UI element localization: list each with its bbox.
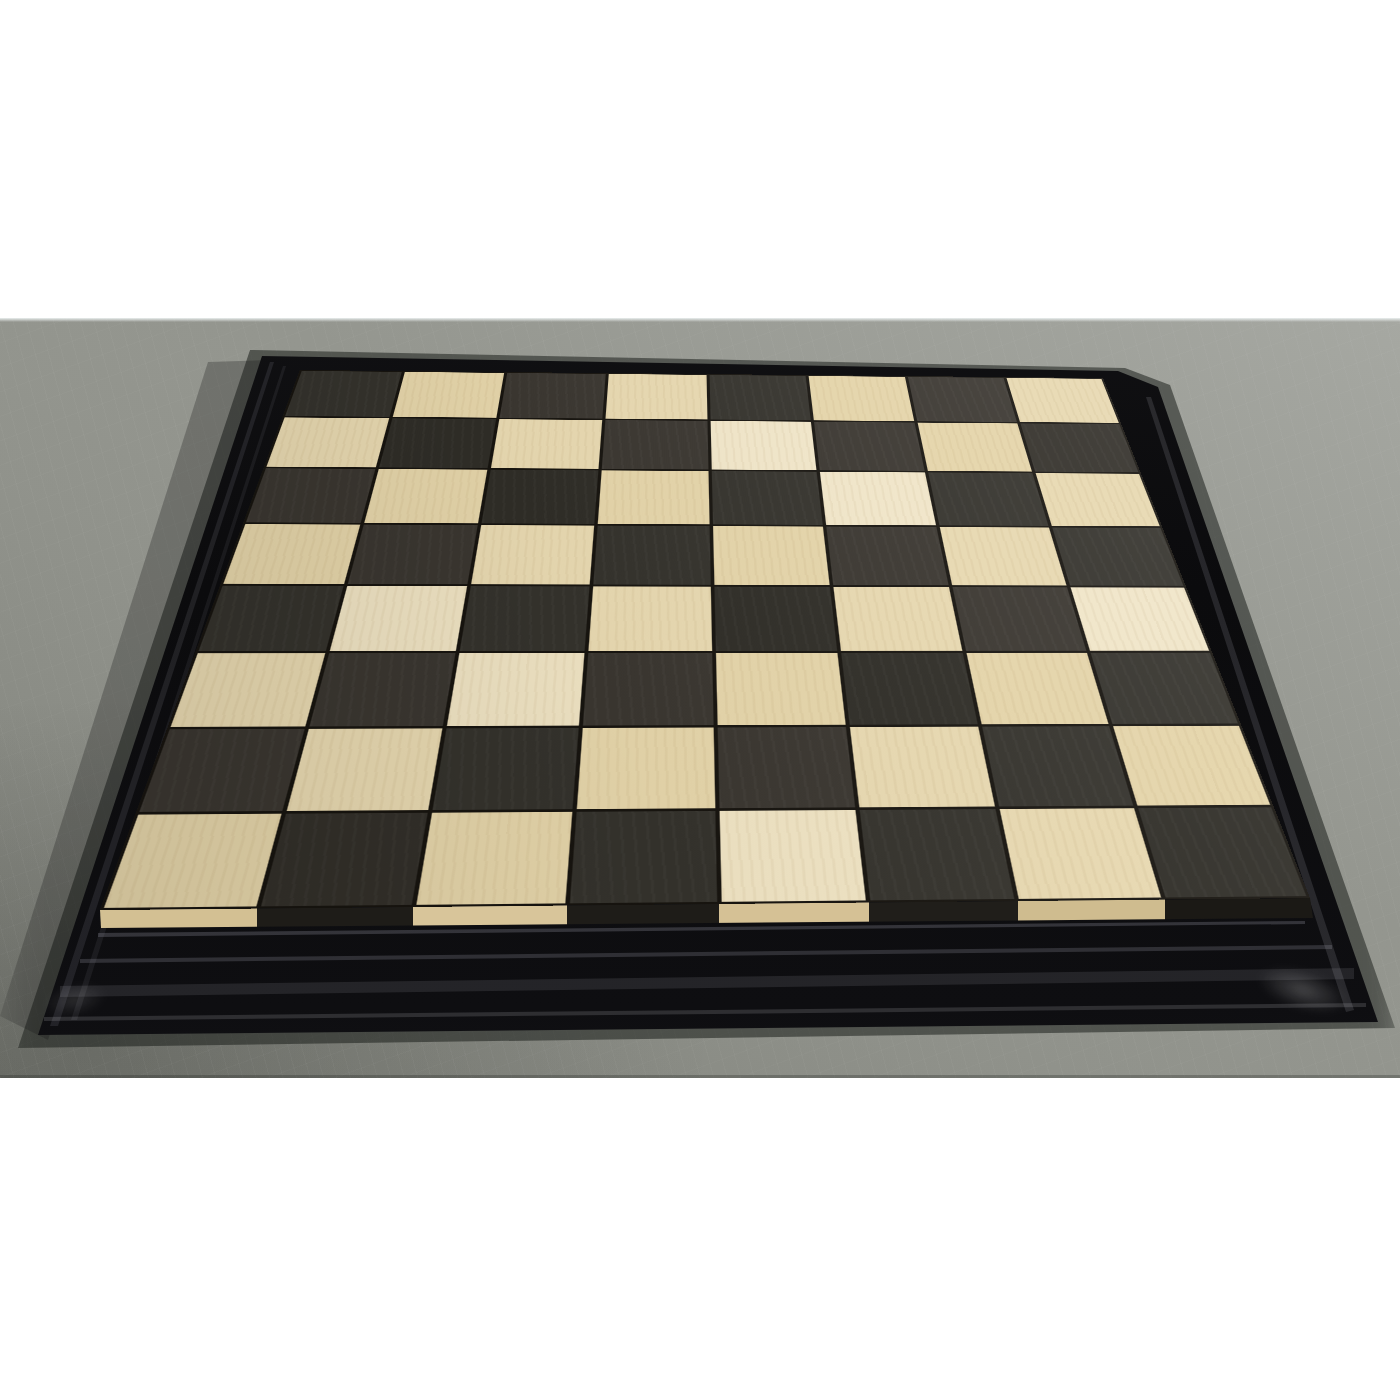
square-r1c6: [809, 376, 914, 421]
square-r4c8: [1052, 527, 1183, 585]
square-r4c6: [827, 526, 949, 585]
square-r1c5: [709, 375, 811, 420]
square-r6c5: [715, 653, 846, 725]
square-r2c4: [601, 420, 708, 469]
square-r2c2: [379, 418, 496, 468]
square-r3c3: [481, 470, 598, 524]
square-r3c6: [820, 472, 936, 525]
square-r2c7: [918, 423, 1032, 472]
square-r7c1: [139, 729, 304, 812]
square-r5c3: [459, 586, 589, 651]
square-r7c6: [850, 727, 995, 808]
square-r1c7: [908, 377, 1017, 422]
square-r8c1: [104, 814, 281, 908]
square-r6c1: [171, 653, 325, 727]
square-r4c1: [223, 524, 360, 584]
square-r2c1: [267, 417, 390, 467]
square-r2c8: [1021, 423, 1139, 472]
square-r5c2: [330, 586, 467, 652]
product-photo: [0, 0, 1400, 1400]
square-r2c6: [814, 422, 924, 471]
square-r4c7: [940, 527, 1067, 585]
square-r7c3: [432, 728, 578, 810]
square-r6c2: [309, 653, 455, 726]
square-r3c4: [597, 470, 709, 524]
square-r5c8: [1071, 587, 1210, 651]
square-r8c6: [860, 809, 1014, 900]
square-r7c2: [287, 729, 443, 811]
square-r3c8: [1036, 473, 1160, 526]
square-r7c5: [717, 727, 856, 808]
square-r6c3: [447, 653, 584, 726]
square-r8c4: [569, 811, 716, 903]
square-r5c5: [714, 586, 838, 651]
square-r3c2: [364, 469, 487, 523]
square-r4c3: [471, 525, 594, 584]
square-r3c7: [928, 472, 1048, 525]
square-r5c7: [953, 587, 1087, 651]
square-r7c7: [983, 726, 1134, 806]
square-r8c5: [719, 810, 866, 902]
square-r5c1: [198, 585, 343, 651]
square-r3c5: [711, 471, 823, 525]
square-r6c4: [582, 653, 713, 726]
chess-board-grid: [100, 370, 1310, 910]
square-r1c4: [605, 374, 707, 419]
square-r4c2: [348, 524, 478, 584]
chess-board: [100, 370, 1310, 910]
square-r5c6: [834, 587, 963, 652]
square-r6c8: [1091, 653, 1238, 724]
square-r1c3: [499, 373, 605, 419]
square-r6c7: [967, 653, 1109, 724]
square-r7c4: [576, 728, 714, 810]
square-r3c1: [246, 468, 375, 522]
square-r1c8: [1007, 378, 1119, 423]
square-r8c2: [261, 813, 428, 907]
square-r8c7: [1000, 808, 1161, 899]
square-r2c3: [491, 419, 602, 469]
square-r6c6: [842, 653, 978, 725]
square-r1c2: [393, 372, 504, 418]
square-r5c4: [588, 586, 712, 651]
square-r2c5: [710, 421, 817, 470]
square-r8c3: [416, 812, 572, 905]
square-r4c5: [712, 526, 830, 585]
square-r4c4: [593, 525, 710, 584]
square-r1c1: [285, 371, 401, 417]
square-r7c8: [1113, 726, 1270, 806]
